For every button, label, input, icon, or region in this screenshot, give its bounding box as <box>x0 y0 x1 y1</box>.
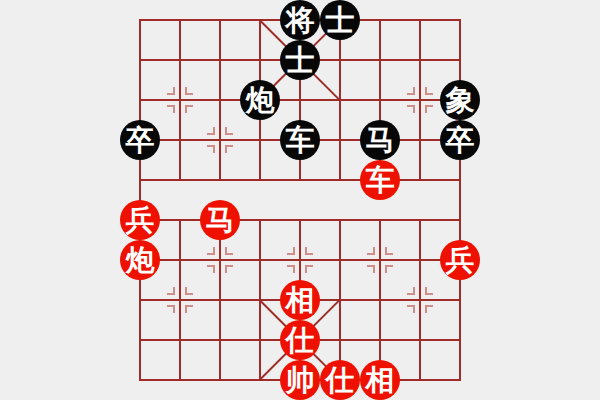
board-file-line <box>419 219 421 381</box>
board-file-line <box>219 219 221 381</box>
star-point-marker <box>167 287 175 295</box>
star-point-marker <box>167 87 175 95</box>
piece-black-soldier[interactable]: 卒 <box>120 120 160 160</box>
board-file-line <box>419 19 421 181</box>
star-point-marker <box>367 265 375 273</box>
star-point-marker <box>305 247 313 255</box>
piece-red-general[interactable]: 帅 <box>280 360 320 400</box>
star-point-marker <box>425 87 433 95</box>
star-point-marker <box>185 305 193 313</box>
star-point-marker <box>207 247 215 255</box>
piece-black-elephant[interactable]: 象 <box>440 80 480 120</box>
board-file-line <box>379 219 381 381</box>
star-point-marker <box>425 105 433 113</box>
star-point-marker <box>207 127 215 135</box>
board-file-line <box>219 19 221 181</box>
star-point-marker <box>225 265 233 273</box>
piece-red-cannon[interactable]: 炮 <box>120 240 160 280</box>
piece-black-general[interactable]: 将 <box>280 0 320 40</box>
piece-black-advisor[interactable]: 士 <box>320 0 360 40</box>
star-point-marker <box>185 87 193 95</box>
star-point-marker <box>385 247 393 255</box>
piece-red-soldier[interactable]: 兵 <box>120 200 160 240</box>
star-point-marker <box>407 87 415 95</box>
star-point-marker <box>185 287 193 295</box>
piece-red-soldier[interactable]: 兵 <box>440 240 480 280</box>
star-point-marker <box>385 265 393 273</box>
star-point-marker <box>185 105 193 113</box>
piece-black-chariot[interactable]: 车 <box>280 120 320 160</box>
board-file-line <box>459 19 461 381</box>
star-point-marker <box>407 287 415 295</box>
xiangqi-app-background: 将士士炮象卒车马卒车兵马炮兵相仕帅仕相 <box>0 0 600 400</box>
piece-red-advisor[interactable]: 仕 <box>320 360 360 400</box>
star-point-marker <box>425 305 433 313</box>
star-point-marker <box>225 127 233 135</box>
star-point-marker <box>207 265 215 273</box>
star-point-marker <box>425 287 433 295</box>
star-point-marker <box>167 105 175 113</box>
star-point-marker <box>305 265 313 273</box>
star-point-marker <box>225 247 233 255</box>
piece-red-elephant[interactable]: 相 <box>360 360 400 400</box>
star-point-marker <box>207 145 215 153</box>
star-point-marker <box>407 105 415 113</box>
piece-red-advisor[interactable]: 仕 <box>280 320 320 360</box>
piece-black-horse[interactable]: 马 <box>360 120 400 160</box>
piece-red-chariot[interactable]: 车 <box>360 160 400 200</box>
star-point-marker <box>167 305 175 313</box>
board-file-line <box>179 19 181 181</box>
star-point-marker <box>287 265 295 273</box>
piece-red-horse[interactable]: 马 <box>200 200 240 240</box>
piece-black-cannon[interactable]: 炮 <box>240 80 280 120</box>
board-file-line <box>179 219 181 381</box>
star-point-marker <box>367 247 375 255</box>
piece-black-soldier[interactable]: 卒 <box>440 120 480 160</box>
piece-black-advisor[interactable]: 士 <box>280 40 320 80</box>
star-point-marker <box>225 145 233 153</box>
star-point-marker <box>287 247 295 255</box>
piece-red-elephant[interactable]: 相 <box>280 280 320 320</box>
star-point-marker <box>407 305 415 313</box>
